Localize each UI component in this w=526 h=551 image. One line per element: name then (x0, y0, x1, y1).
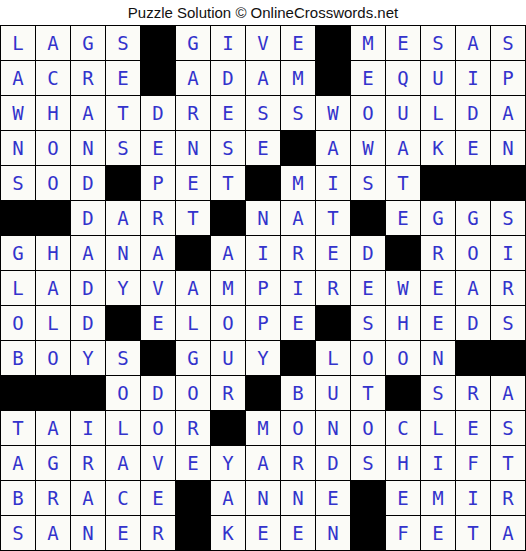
letter-cell: N (316, 516, 350, 550)
letter-cell: N (1, 131, 35, 165)
letter-cell: H (36, 236, 70, 270)
letter-cell: O (106, 376, 140, 410)
letter-cell: U (386, 96, 420, 130)
letter-cell: S (491, 26, 525, 60)
letter-cell: D (456, 96, 490, 130)
letter-cell: A (211, 481, 245, 515)
letter-cell: B (281, 376, 315, 410)
letter-cell: Y (211, 446, 245, 480)
letter-cell: N (246, 201, 280, 235)
block-cell (281, 131, 315, 165)
letter-cell: E (456, 411, 490, 445)
letter-cell: P (141, 166, 175, 200)
letter-cell: O (36, 341, 70, 375)
letter-cell: P (491, 61, 525, 95)
letter-cell: R (281, 236, 315, 270)
letter-cell: E (316, 236, 350, 270)
letter-cell: E (176, 446, 210, 480)
letter-cell: R (176, 96, 210, 130)
letter-cell: S (421, 26, 455, 60)
letter-cell: P (246, 306, 280, 340)
block-cell (36, 376, 70, 410)
letter-cell: A (36, 271, 70, 305)
letter-cell: S (281, 96, 315, 130)
letter-cell: B (1, 341, 35, 375)
letter-cell: A (71, 236, 105, 270)
letter-cell: E (246, 131, 280, 165)
letter-cell: O (351, 96, 385, 130)
block-cell (246, 166, 280, 200)
letter-cell: L (106, 411, 140, 445)
letter-cell: A (106, 446, 140, 480)
block-cell (386, 236, 420, 270)
letter-cell: O (351, 341, 385, 375)
letter-cell: A (491, 516, 525, 550)
letter-cell: L (176, 306, 210, 340)
letter-cell: D (71, 306, 105, 340)
letter-cell: G (456, 201, 490, 235)
letter-cell: A (36, 411, 70, 445)
letter-cell: U (316, 376, 350, 410)
letter-cell: E (106, 516, 140, 550)
letter-cell: W (1, 96, 35, 130)
block-cell (176, 516, 210, 550)
letter-cell: A (491, 96, 525, 130)
block-cell (491, 341, 525, 375)
letter-cell: S (351, 446, 385, 480)
block-cell (106, 166, 140, 200)
letter-cell: O (141, 411, 175, 445)
letter-cell: S (106, 131, 140, 165)
letter-cell: M (211, 271, 245, 305)
block-cell (316, 306, 350, 340)
letter-cell: M (246, 411, 280, 445)
letter-cell: I (246, 236, 280, 270)
letter-cell: L (421, 96, 455, 130)
block-cell (491, 166, 525, 200)
block-cell (141, 26, 175, 60)
letter-cell: E (386, 481, 420, 515)
letter-cell: O (386, 341, 420, 375)
letter-cell: D (141, 376, 175, 410)
letter-cell: G (176, 341, 210, 375)
letter-cell: R (421, 236, 455, 270)
letter-cell: D (71, 166, 105, 200)
letter-cell: W (386, 271, 420, 305)
letter-cell: H (386, 446, 420, 480)
letter-cell: A (176, 61, 210, 95)
letter-cell: O (36, 166, 70, 200)
letter-cell: R (281, 446, 315, 480)
letter-cell: G (176, 26, 210, 60)
letter-cell: O (211, 306, 245, 340)
letter-cell: S (1, 166, 35, 200)
letter-cell: R (316, 271, 350, 305)
letter-cell: T (176, 201, 210, 235)
letter-cell: E (281, 306, 315, 340)
letter-cell: N (71, 516, 105, 550)
letter-cell: E (351, 271, 385, 305)
letter-cell: E (456, 131, 490, 165)
letter-cell: T (351, 376, 385, 410)
letter-cell: S (491, 201, 525, 235)
letter-cell: T (386, 166, 420, 200)
letter-cell: E (421, 516, 455, 550)
letter-cell: A (1, 446, 35, 480)
letter-cell: I (456, 481, 490, 515)
block-cell (351, 201, 385, 235)
letter-cell: A (456, 271, 490, 305)
letter-cell: D (211, 61, 245, 95)
letter-cell: S (491, 306, 525, 340)
letter-cell: V (246, 26, 280, 60)
letter-cell: D (71, 271, 105, 305)
letter-cell: N (281, 481, 315, 515)
letter-cell: I (421, 446, 455, 480)
letter-cell: P (246, 271, 280, 305)
letter-cell: S (351, 306, 385, 340)
letter-cell: A (36, 516, 70, 550)
block-cell (316, 61, 350, 95)
letter-cell: N (491, 131, 525, 165)
letter-cell: O (176, 376, 210, 410)
letter-cell: A (106, 201, 140, 235)
letter-cell: L (421, 411, 455, 445)
letter-cell: I (211, 26, 245, 60)
crossword-grid: LAGSGIVEMESASACREADAMEQUIPWHATDRESSWOULD… (0, 25, 526, 551)
letter-cell: H (386, 306, 420, 340)
letter-cell: T (106, 96, 140, 130)
letter-cell: K (211, 516, 245, 550)
letter-cell: R (176, 411, 210, 445)
letter-cell: E (421, 306, 455, 340)
page-title: Puzzle Solution © OnlineCrosswords.net (0, 0, 526, 25)
letter-cell: E (176, 166, 210, 200)
letter-cell: A (316, 131, 350, 165)
letter-cell: S (106, 341, 140, 375)
letter-cell: S (106, 26, 140, 60)
letter-cell: E (421, 271, 455, 305)
block-cell (36, 201, 70, 235)
letter-cell: R (491, 271, 525, 305)
letter-cell: R (71, 61, 105, 95)
letter-cell: R (456, 376, 490, 410)
block-cell (456, 341, 490, 375)
letter-cell: A (491, 376, 525, 410)
letter-cell: T (211, 166, 245, 200)
letter-cell: Y (71, 341, 105, 375)
letter-cell: N (421, 341, 455, 375)
letter-cell: L (36, 306, 70, 340)
block-cell (141, 341, 175, 375)
letter-cell: D (141, 96, 175, 130)
letter-cell: T (316, 201, 350, 235)
letter-cell: E (246, 516, 280, 550)
letter-cell: C (36, 61, 70, 95)
letter-cell: L (1, 271, 35, 305)
letter-cell: S (421, 376, 455, 410)
letter-cell: A (281, 201, 315, 235)
letter-cell: O (351, 411, 385, 445)
letter-cell: D (351, 236, 385, 270)
letter-cell: E (316, 481, 350, 515)
letter-cell: C (386, 411, 420, 445)
letter-cell: R (71, 446, 105, 480)
letter-cell: I (71, 411, 105, 445)
letter-cell: V (141, 446, 175, 480)
letter-cell: A (141, 236, 175, 270)
letter-cell: A (176, 271, 210, 305)
letter-cell: C (106, 481, 140, 515)
block-cell (1, 201, 35, 235)
letter-cell: M (421, 481, 455, 515)
letter-cell: S (351, 166, 385, 200)
letter-cell: W (316, 96, 350, 130)
letter-cell: S (211, 131, 245, 165)
letter-cell: F (456, 446, 490, 480)
letter-cell: W (351, 131, 385, 165)
letter-cell: S (491, 411, 525, 445)
letter-cell: S (1, 516, 35, 550)
letter-cell: O (36, 131, 70, 165)
letter-cell: E (281, 26, 315, 60)
block-cell (316, 26, 350, 60)
letter-cell: M (281, 61, 315, 95)
letter-cell: F (386, 516, 420, 550)
letter-cell: A (456, 26, 490, 60)
letter-cell: E (386, 201, 420, 235)
letter-cell: E (386, 26, 420, 60)
letter-cell: G (421, 201, 455, 235)
block-cell (1, 376, 35, 410)
letter-cell: A (36, 26, 70, 60)
block-cell (246, 376, 280, 410)
letter-cell: O (1, 306, 35, 340)
letter-cell: O (281, 411, 315, 445)
block-cell (281, 341, 315, 375)
letter-cell: A (246, 61, 280, 95)
letter-cell: N (316, 411, 350, 445)
letter-cell: R (141, 201, 175, 235)
letter-cell: G (1, 236, 35, 270)
letter-cell: I (456, 61, 490, 95)
block-cell (176, 236, 210, 270)
block-cell (386, 376, 420, 410)
letter-cell: R (36, 481, 70, 515)
letter-cell: A (386, 131, 420, 165)
block-cell (211, 411, 245, 445)
letter-cell: I (316, 166, 350, 200)
letter-cell: T (491, 446, 525, 480)
letter-cell: V (141, 271, 175, 305)
letter-cell: R (141, 516, 175, 550)
block-cell (141, 61, 175, 95)
letter-cell: I (491, 236, 525, 270)
letter-cell: U (211, 341, 245, 375)
letter-cell: O (456, 236, 490, 270)
letter-cell: E (281, 516, 315, 550)
letter-cell: E (211, 96, 245, 130)
block-cell (456, 166, 490, 200)
block-cell (106, 306, 140, 340)
letter-cell: N (71, 131, 105, 165)
letter-cell: E (351, 61, 385, 95)
block-cell (176, 481, 210, 515)
letter-cell: Q (386, 61, 420, 95)
letter-cell: N (176, 131, 210, 165)
letter-cell: A (1, 61, 35, 95)
letter-cell: E (141, 481, 175, 515)
letter-cell: A (71, 96, 105, 130)
letter-cell: A (71, 481, 105, 515)
letter-cell: D (456, 306, 490, 340)
letter-cell: R (211, 376, 245, 410)
letter-cell: N (246, 481, 280, 515)
letter-cell: E (141, 131, 175, 165)
letter-cell: E (106, 61, 140, 95)
letter-cell: M (351, 26, 385, 60)
block-cell (211, 201, 245, 235)
letter-cell: M (281, 166, 315, 200)
letter-cell: L (1, 26, 35, 60)
letter-cell: Y (106, 271, 140, 305)
letter-cell: D (71, 201, 105, 235)
letter-cell: T (1, 411, 35, 445)
letter-cell: E (141, 306, 175, 340)
letter-cell: T (456, 516, 490, 550)
letter-cell: Y (246, 341, 280, 375)
letter-cell: B (1, 481, 35, 515)
letter-cell: L (316, 341, 350, 375)
block-cell (351, 516, 385, 550)
letter-cell: G (36, 446, 70, 480)
letter-cell: I (281, 271, 315, 305)
letter-cell: K (421, 131, 455, 165)
letter-cell: S (246, 96, 280, 130)
letter-cell: R (491, 481, 525, 515)
letter-cell: N (106, 236, 140, 270)
letter-cell: G (71, 26, 105, 60)
block-cell (421, 166, 455, 200)
letter-cell: A (246, 446, 280, 480)
block-cell (351, 481, 385, 515)
letter-cell: D (316, 446, 350, 480)
letter-cell: U (421, 61, 455, 95)
letter-cell: A (211, 236, 245, 270)
letter-cell: H (36, 96, 70, 130)
block-cell (71, 376, 105, 410)
